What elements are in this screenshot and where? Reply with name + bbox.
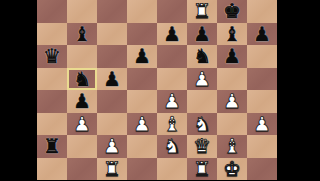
square-c1[interactable]: ♜: [97, 158, 127, 181]
square-g6[interactable]: ♟: [217, 45, 247, 68]
piece-black-pawn-d6: ♟: [133, 45, 151, 67]
square-a4[interactable]: [37, 90, 67, 113]
piece-black-pawn-h7: ♟: [253, 23, 271, 45]
piece-black-pawn-b4: ♟: [73, 90, 91, 112]
square-f3[interactable]: ♞: [187, 113, 217, 136]
piece-white-king-g1: ♚: [223, 158, 241, 180]
square-a1[interactable]: [37, 158, 67, 181]
square-c4[interactable]: [97, 90, 127, 113]
piece-white-queen-f2: ♛: [193, 135, 211, 157]
piece-white-bishop-g2: ♝: [223, 135, 241, 157]
piece-white-knight-e2: ♞: [163, 135, 181, 157]
square-h2[interactable]: [247, 135, 277, 158]
square-a6[interactable]: ♛: [37, 45, 67, 68]
piece-white-pawn-h3: ♟: [253, 113, 271, 135]
square-e5[interactable]: [157, 68, 187, 91]
square-d7[interactable]: [127, 23, 157, 46]
square-b7[interactable]: ♝: [67, 23, 97, 46]
piece-white-pawn-c2: ♟: [103, 135, 121, 157]
square-h1[interactable]: [247, 158, 277, 181]
square-e8[interactable]: [157, 0, 187, 23]
square-f1[interactable]: ♜: [187, 158, 217, 181]
square-d1[interactable]: [127, 158, 157, 181]
square-b5[interactable]: ♞: [67, 68, 97, 91]
square-g3[interactable]: [217, 113, 247, 136]
square-b2[interactable]: [67, 135, 97, 158]
square-b8[interactable]: [67, 0, 97, 23]
square-c6[interactable]: [97, 45, 127, 68]
square-g5[interactable]: [217, 68, 247, 91]
square-f7[interactable]: ♟: [187, 23, 217, 46]
piece-white-rook-f1: ♜: [193, 158, 211, 180]
piece-black-pawn-g6: ♟: [223, 45, 241, 67]
square-d6[interactable]: ♟: [127, 45, 157, 68]
square-c3[interactable]: [97, 113, 127, 136]
square-h7[interactable]: ♟: [247, 23, 277, 46]
piece-black-knight-f6: ♞: [193, 45, 211, 67]
square-h6[interactable]: [247, 45, 277, 68]
piece-black-pawn-c5: ♟: [103, 68, 121, 90]
square-g2[interactable]: ♝: [217, 135, 247, 158]
piece-white-pawn-b3: ♟: [73, 113, 91, 135]
piece-black-knight-b5: ♞: [73, 68, 91, 90]
square-f5[interactable]: ♟: [187, 68, 217, 91]
piece-white-pawn-e4: ♟: [163, 90, 181, 112]
piece-white-pawn-g4: ♟: [223, 90, 241, 112]
square-d2[interactable]: [127, 135, 157, 158]
square-f4[interactable]: [187, 90, 217, 113]
square-f8[interactable]: ♜: [187, 0, 217, 23]
piece-white-rook-f8: ♜: [193, 0, 211, 22]
piece-white-rook-c1: ♜: [103, 158, 121, 180]
piece-black-king-g8: ♚: [223, 0, 241, 22]
square-e1[interactable]: [157, 158, 187, 181]
square-f2[interactable]: ♛: [187, 135, 217, 158]
square-a3[interactable]: [37, 113, 67, 136]
piece-black-rook-a2: ♜: [43, 135, 61, 157]
square-d5[interactable]: [127, 68, 157, 91]
square-c5[interactable]: ♟: [97, 68, 127, 91]
square-c2[interactable]: ♟: [97, 135, 127, 158]
square-a7[interactable]: [37, 23, 67, 46]
letterbox-left: [0, 0, 37, 180]
square-d3[interactable]: ♟: [127, 113, 157, 136]
square-f6[interactable]: ♞: [187, 45, 217, 68]
square-b6[interactable]: [67, 45, 97, 68]
square-g7[interactable]: ♝: [217, 23, 247, 46]
chess-board: ♜♚♝♟♟♝♟♛♟♞♟♞♟♟♟♟♟♟♟♝♞♟♜♟♞♛♝♜♜♚: [37, 0, 277, 180]
piece-white-pawn-d3: ♟: [133, 113, 151, 135]
square-e3[interactable]: ♝: [157, 113, 187, 136]
square-b1[interactable]: [67, 158, 97, 181]
piece-white-pawn-f5: ♟: [193, 68, 211, 90]
piece-white-knight-f3: ♞: [193, 113, 211, 135]
square-d4[interactable]: [127, 90, 157, 113]
square-a2[interactable]: ♜: [37, 135, 67, 158]
piece-black-queen-a6: ♛: [43, 45, 61, 67]
square-h3[interactable]: ♟: [247, 113, 277, 136]
square-c7[interactable]: [97, 23, 127, 46]
piece-black-bishop-g7: ♝: [223, 23, 241, 45]
square-a8[interactable]: [37, 0, 67, 23]
square-e2[interactable]: ♞: [157, 135, 187, 158]
letterbox-right: [277, 0, 320, 180]
square-g4[interactable]: ♟: [217, 90, 247, 113]
square-a5[interactable]: [37, 68, 67, 91]
square-h4[interactable]: [247, 90, 277, 113]
piece-black-bishop-b7: ♝: [73, 23, 91, 45]
piece-black-pawn-f7: ♟: [193, 23, 211, 45]
piece-white-bishop-e3: ♝: [163, 113, 181, 135]
square-b4[interactable]: ♟: [67, 90, 97, 113]
square-g8[interactable]: ♚: [217, 0, 247, 23]
square-h5[interactable]: [247, 68, 277, 91]
square-b3[interactable]: ♟: [67, 113, 97, 136]
square-e7[interactable]: ♟: [157, 23, 187, 46]
piece-black-pawn-e7: ♟: [163, 23, 181, 45]
square-g1[interactable]: ♚: [217, 158, 247, 181]
square-h8[interactable]: [247, 0, 277, 23]
square-e6[interactable]: [157, 45, 187, 68]
square-d8[interactable]: [127, 0, 157, 23]
video-frame: ♜♚♝♟♟♝♟♛♟♞♟♞♟♟♟♟♟♟♟♝♞♟♜♟♞♛♝♜♜♚: [0, 0, 320, 180]
square-c8[interactable]: [97, 0, 127, 23]
square-e4[interactable]: ♟: [157, 90, 187, 113]
